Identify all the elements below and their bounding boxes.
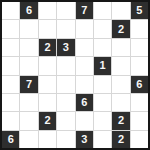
empty-cell-r4-c5[interactable]	[94, 76, 111, 93]
empty-cell-r2-c5[interactable]	[94, 39, 111, 56]
empty-cell-r2-c7[interactable]	[131, 39, 148, 56]
empty-cell-r1-c4[interactable]	[76, 20, 93, 37]
empty-cell-r2-c4[interactable]	[76, 39, 93, 56]
empty-cell-r0-c5[interactable]	[94, 2, 111, 19]
empty-cell-r5-c5[interactable]	[94, 94, 111, 111]
clue-cell-r0-c4: 7	[76, 2, 93, 19]
empty-cell-r5-c1[interactable]	[20, 94, 37, 111]
empty-cell-r5-c6[interactable]	[112, 94, 129, 111]
clue-cell-r4-c7: 6	[131, 76, 148, 93]
empty-cell-r2-c1[interactable]	[20, 39, 37, 56]
empty-cell-r7-c1[interactable]	[20, 131, 37, 148]
empty-cell-r2-c0[interactable]	[2, 39, 19, 56]
empty-cell-r1-c2[interactable]	[39, 20, 56, 37]
empty-cell-r5-c7[interactable]	[131, 94, 148, 111]
empty-cell-r2-c6[interactable]	[112, 39, 129, 56]
empty-cell-r3-c1[interactable]	[20, 57, 37, 74]
clue-cell-r4-c1: 7	[20, 76, 37, 93]
empty-cell-r4-c0[interactable]	[2, 76, 19, 93]
clue-cell-r2-c2: 2	[39, 39, 56, 56]
empty-cell-r7-c3[interactable]	[57, 131, 74, 148]
empty-cell-r0-c6[interactable]	[112, 2, 129, 19]
empty-cell-r6-c5[interactable]	[94, 112, 111, 129]
empty-cell-r5-c2[interactable]	[39, 94, 56, 111]
empty-cell-r6-c1[interactable]	[20, 112, 37, 129]
clue-cell-r7-c0: 6	[2, 131, 19, 148]
empty-cell-r3-c0[interactable]	[2, 57, 19, 74]
empty-cell-r1-c5[interactable]	[94, 20, 111, 37]
clue-cell-r0-c1: 6	[20, 2, 37, 19]
clue-cell-r6-c2: 2	[39, 112, 56, 129]
empty-cell-r6-c4[interactable]	[76, 112, 93, 129]
empty-cell-r5-c0[interactable]	[2, 94, 19, 111]
puzzle-board: 675223176622632	[0, 0, 150, 150]
empty-cell-r7-c7[interactable]	[131, 131, 148, 148]
empty-cell-r3-c2[interactable]	[39, 57, 56, 74]
empty-cell-r3-c6[interactable]	[112, 57, 129, 74]
empty-cell-r5-c3[interactable]	[57, 94, 74, 111]
clue-cell-r7-c6: 2	[112, 131, 129, 148]
clue-cell-r6-c6: 2	[112, 112, 129, 129]
clue-cell-r1-c6: 2	[112, 20, 129, 37]
empty-cell-r0-c3[interactable]	[57, 2, 74, 19]
empty-cell-r1-c7[interactable]	[131, 20, 148, 37]
empty-cell-r3-c3[interactable]	[57, 57, 74, 74]
clue-cell-r5-c4: 6	[76, 94, 93, 111]
empty-cell-r1-c1[interactable]	[20, 20, 37, 37]
empty-cell-r1-c3[interactable]	[57, 20, 74, 37]
empty-cell-r0-c0[interactable]	[2, 2, 19, 19]
empty-cell-r6-c7[interactable]	[131, 112, 148, 129]
clue-cell-r3-c5: 1	[94, 57, 111, 74]
empty-cell-r1-c0[interactable]	[2, 20, 19, 37]
empty-cell-r3-c4[interactable]	[76, 57, 93, 74]
empty-cell-r4-c3[interactable]	[57, 76, 74, 93]
empty-cell-r0-c2[interactable]	[39, 2, 56, 19]
empty-cell-r6-c3[interactable]	[57, 112, 74, 129]
clue-cell-r2-c3: 3	[57, 39, 74, 56]
empty-cell-r4-c4[interactable]	[76, 76, 93, 93]
clue-cell-r7-c4: 3	[76, 131, 93, 148]
empty-cell-r4-c6[interactable]	[112, 76, 129, 93]
empty-cell-r4-c2[interactable]	[39, 76, 56, 93]
clue-cell-r0-c7: 5	[131, 2, 148, 19]
empty-cell-r3-c7[interactable]	[131, 57, 148, 74]
empty-cell-r7-c5[interactable]	[94, 131, 111, 148]
empty-cell-r6-c0[interactable]	[2, 112, 19, 129]
empty-cell-r7-c2[interactable]	[39, 131, 56, 148]
